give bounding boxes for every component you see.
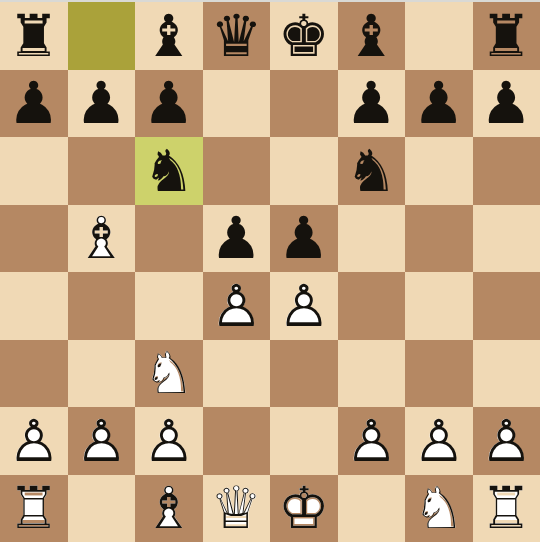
square-h8[interactable]: ♜: [473, 2, 540, 70]
square-f3[interactable]: [338, 340, 406, 408]
square-g8[interactable]: [405, 2, 473, 70]
square-h5[interactable]: [473, 205, 540, 273]
black-knight[interactable]: ♞: [136, 138, 202, 204]
square-f5[interactable]: [338, 205, 406, 273]
white-rook[interactable]: ♜♖: [1, 475, 67, 541]
black-pawn[interactable]: ♟: [473, 70, 539, 136]
square-c3[interactable]: ♞♘: [135, 340, 203, 408]
square-b5[interactable]: ♝♗: [68, 205, 136, 273]
white-pawn-outline-glyph: ♙: [406, 408, 472, 474]
square-c2[interactable]: ♟♙: [135, 407, 203, 475]
black-knight[interactable]: ♞: [338, 138, 404, 204]
white-pawn[interactable]: ♟♙: [68, 408, 134, 474]
square-f6[interactable]: ♞: [338, 137, 406, 205]
white-knight-outline-glyph: ♘: [136, 340, 202, 406]
black-pawn-glyph: ♟: [136, 70, 202, 136]
square-d5[interactable]: ♟: [203, 205, 271, 273]
black-bishop-glyph: ♝: [338, 3, 404, 69]
white-rook[interactable]: ♜♖: [473, 475, 539, 541]
square-e4[interactable]: ♟♙: [270, 272, 338, 340]
black-pawn[interactable]: ♟: [406, 70, 472, 136]
white-pawn[interactable]: ♟♙: [473, 408, 539, 474]
white-pawn-outline-glyph: ♙: [68, 408, 134, 474]
square-h7[interactable]: ♟: [473, 70, 540, 138]
square-d8[interactable]: ♛: [203, 2, 271, 70]
square-g4[interactable]: [405, 272, 473, 340]
black-knight-glyph: ♞: [338, 138, 404, 204]
black-pawn[interactable]: ♟: [271, 205, 337, 271]
square-a5[interactable]: [0, 205, 68, 273]
black-rook-glyph: ♜: [1, 3, 67, 69]
white-knight[interactable]: ♞♘: [406, 475, 472, 541]
square-e7[interactable]: [270, 70, 338, 138]
square-e1[interactable]: ♚♔: [270, 475, 338, 542]
white-bishop-outline-glyph: ♗: [136, 475, 202, 541]
white-pawn-outline-glyph: ♙: [473, 408, 539, 474]
square-e8[interactable]: ♚: [270, 2, 338, 70]
white-pawn[interactable]: ♟♙: [203, 273, 269, 339]
black-queen[interactable]: ♛: [203, 3, 269, 69]
white-pawn[interactable]: ♟♙: [271, 273, 337, 339]
black-pawn-glyph: ♟: [338, 70, 404, 136]
black-pawn-glyph: ♟: [68, 70, 134, 136]
square-e5[interactable]: ♟: [270, 205, 338, 273]
square-a3[interactable]: [0, 340, 68, 408]
black-bishop[interactable]: ♝: [136, 3, 202, 69]
square-b4[interactable]: [68, 272, 136, 340]
white-pawn-outline-glyph: ♙: [203, 273, 269, 339]
black-bishop[interactable]: ♝: [338, 3, 404, 69]
white-king[interactable]: ♚♔: [271, 475, 337, 541]
square-h6[interactable]: [473, 137, 540, 205]
square-b7[interactable]: ♟: [68, 70, 136, 138]
white-rook-outline-glyph: ♖: [473, 475, 539, 541]
square-f7[interactable]: ♟: [338, 70, 406, 138]
white-pawn[interactable]: ♟♙: [1, 408, 67, 474]
white-knight[interactable]: ♞♘: [136, 340, 202, 406]
white-bishop[interactable]: ♝♗: [68, 205, 134, 271]
square-b3[interactable]: [68, 340, 136, 408]
black-knight-glyph: ♞: [136, 138, 202, 204]
square-f1[interactable]: [338, 475, 406, 542]
square-a1[interactable]: ♜♖: [0, 475, 68, 542]
white-king-outline-glyph: ♔: [271, 475, 337, 541]
black-pawn-glyph: ♟: [203, 205, 269, 271]
square-c5[interactable]: [135, 205, 203, 273]
square-d1[interactable]: ♛♕: [203, 475, 271, 542]
black-pawn[interactable]: ♟: [203, 205, 269, 271]
square-a7[interactable]: ♟: [0, 70, 68, 138]
square-c8[interactable]: ♝: [135, 2, 203, 70]
white-pawn-outline-glyph: ♙: [271, 273, 337, 339]
square-h1[interactable]: ♜♖: [473, 475, 540, 542]
white-bishop-outline-glyph: ♗: [68, 205, 134, 271]
white-bishop[interactable]: ♝♗: [136, 475, 202, 541]
square-g7[interactable]: ♟: [405, 70, 473, 138]
square-a2[interactable]: ♟♙: [0, 407, 68, 475]
black-pawn[interactable]: ♟: [68, 70, 134, 136]
square-d2[interactable]: [203, 407, 271, 475]
white-pawn-outline-glyph: ♙: [136, 408, 202, 474]
square-h2[interactable]: ♟♙: [473, 407, 540, 475]
black-rook-glyph: ♜: [473, 3, 539, 69]
black-bishop-glyph: ♝: [136, 3, 202, 69]
black-pawn-glyph: ♟: [271, 205, 337, 271]
square-d4[interactable]: ♟♙: [203, 272, 271, 340]
square-d3[interactable]: [203, 340, 271, 408]
black-pawn[interactable]: ♟: [136, 70, 202, 136]
white-queen-outline-glyph: ♕: [203, 475, 269, 541]
white-pawn-outline-glyph: ♙: [1, 408, 67, 474]
square-f4[interactable]: [338, 272, 406, 340]
square-d7[interactable]: [203, 70, 271, 138]
square-c1[interactable]: ♝♗: [135, 475, 203, 542]
black-pawn-glyph: ♟: [1, 70, 67, 136]
square-b6[interactable]: [68, 137, 136, 205]
square-f8[interactable]: ♝: [338, 2, 406, 70]
square-a8[interactable]: ♜: [0, 2, 68, 70]
square-d6[interactable]: [203, 137, 271, 205]
square-g1[interactable]: ♞♘: [405, 475, 473, 542]
black-king[interactable]: ♚: [271, 3, 337, 69]
black-rook[interactable]: ♜: [473, 3, 539, 69]
black-queen-glyph: ♛: [203, 3, 269, 69]
square-a4[interactable]: [0, 272, 68, 340]
square-c7[interactable]: ♟: [135, 70, 203, 138]
white-pawn[interactable]: ♟♙: [136, 408, 202, 474]
square-b2[interactable]: ♟♙: [68, 407, 136, 475]
black-rook[interactable]: ♜: [1, 3, 67, 69]
square-h4[interactable]: [473, 272, 540, 340]
white-rook-outline-glyph: ♖: [1, 475, 67, 541]
chess-board: ♜♝♛♚♝♜♟♟♟♟♟♟♞♞♝♗♟♟♟♙♟♙♞♘♟♙♟♙♟♙♟♙♟♙♟♙♜♖♝♗…: [0, 2, 540, 542]
white-pawn-outline-glyph: ♙: [338, 408, 404, 474]
white-pawn[interactable]: ♟♙: [338, 408, 404, 474]
square-g6[interactable]: [405, 137, 473, 205]
square-e6[interactable]: [270, 137, 338, 205]
square-f2[interactable]: ♟♙: [338, 407, 406, 475]
square-a6[interactable]: [0, 137, 68, 205]
black-king-glyph: ♚: [271, 3, 337, 69]
square-g5[interactable]: [405, 205, 473, 273]
square-e2[interactable]: [270, 407, 338, 475]
square-e3[interactable]: [270, 340, 338, 408]
square-g3[interactable]: [405, 340, 473, 408]
square-b1[interactable]: [68, 475, 136, 542]
black-pawn[interactable]: ♟: [1, 70, 67, 136]
black-pawn[interactable]: ♟: [338, 70, 404, 136]
square-c4[interactable]: [135, 272, 203, 340]
white-queen[interactable]: ♛♕: [203, 475, 269, 541]
white-knight-outline-glyph: ♘: [406, 475, 472, 541]
square-g2[interactable]: ♟♙: [405, 407, 473, 475]
square-h3[interactable]: [473, 340, 540, 408]
black-pawn-glyph: ♟: [406, 70, 472, 136]
black-pawn-glyph: ♟: [473, 70, 539, 136]
square-b8[interactable]: [68, 2, 136, 70]
white-pawn[interactable]: ♟♙: [406, 408, 472, 474]
square-c6[interactable]: ♞: [135, 137, 203, 205]
